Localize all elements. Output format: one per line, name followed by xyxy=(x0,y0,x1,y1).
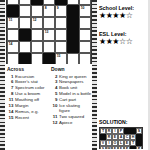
clue-down-4: 4Book unit xyxy=(51,85,92,90)
clue-down-10: 10Ice skating figure xyxy=(51,103,92,114)
across-header: Across xyxy=(7,66,51,72)
clue-across-14: 14Remus, e.g. xyxy=(7,109,51,114)
clue-down-12: 12Apiece xyxy=(51,120,92,125)
down-header: Down xyxy=(51,66,92,72)
clue-down-9: 9Cart part xyxy=(51,97,92,102)
clue-across-7: 7Spectrum color xyxy=(7,85,51,90)
clue-across-15: 15Recent xyxy=(7,115,51,120)
crossword-cell[interactable] xyxy=(19,41,31,53)
crossword-cell[interactable] xyxy=(19,5,31,17)
clue-number: 12 xyxy=(33,18,37,22)
crossword-black-cell xyxy=(43,53,55,64)
crossword-cell[interactable] xyxy=(79,17,91,29)
crossword-cell[interactable] xyxy=(31,29,43,41)
crossword-cell[interactable]: 9 xyxy=(55,5,67,17)
crossword-black-cell xyxy=(19,29,31,41)
clue-number: 11 xyxy=(51,114,58,119)
clue-number: 12 xyxy=(51,120,58,125)
clue-number: 9 xyxy=(51,97,58,102)
crossword-cell[interactable]: 12 xyxy=(31,17,43,29)
crossword-black-cell xyxy=(19,53,31,64)
across-list: 1Excursion6Boxer's stat7Spectrum color8U… xyxy=(7,74,51,121)
crossword-black-cell xyxy=(67,17,79,29)
crossword-cell[interactable] xyxy=(31,53,43,64)
clue-number: 10 xyxy=(81,6,85,10)
crossword-cell[interactable] xyxy=(79,41,91,53)
solution-label: SOLUTION: xyxy=(99,119,144,125)
clue-number: 9 xyxy=(57,6,59,10)
crossword-black-cell xyxy=(67,29,79,41)
clue-number: 5 xyxy=(51,91,58,96)
clue-number: 1 xyxy=(7,74,14,79)
solution-block: SOLUTION: TRIPSREACHVIOLETSWEEPP xyxy=(99,119,144,149)
info-panel: School Level: ★★★★☆ ESL Level: ★★★☆☆ SOL… xyxy=(97,0,150,150)
clue-down-5: 5Model in a bottle xyxy=(51,91,92,96)
solution-cell: P xyxy=(136,146,142,149)
crossword-cell[interactable] xyxy=(31,41,43,53)
clue-across-13: 13Margin xyxy=(7,103,51,108)
clue-down-11: 11Two squared xyxy=(51,114,92,119)
clue-number: 13 xyxy=(45,30,49,34)
crossword-cell[interactable] xyxy=(43,17,55,29)
crossword-cell[interactable] xyxy=(55,17,67,29)
crossword-grid-viewport: 123456789101112131415 xyxy=(6,0,92,64)
solution-grid: TRIPSREACHVIOLETSWEEPP xyxy=(99,127,143,149)
across-clues: Across 1Excursion6Boxer's stat7Spectrum … xyxy=(7,66,51,126)
esl-level-stars: ★★★☆☆ xyxy=(99,37,132,46)
clue-across-1: 1Excursion xyxy=(7,74,51,79)
crossword-cell[interactable] xyxy=(19,17,31,29)
crossword-worksheet: 123456789101112131415 Across 1Excursion6… xyxy=(5,0,92,150)
crossword-cell[interactable] xyxy=(31,5,43,17)
clue-across-6: 6Boxer's stat xyxy=(7,79,51,84)
esl-level-block: ESL Level: ★★★☆☆ xyxy=(99,31,132,48)
down-clues: Down 2King or queen3Newspapers4Book unit… xyxy=(51,66,92,126)
crossword-cell[interactable]: 10 xyxy=(79,5,91,17)
crossword-cell[interactable]: 15 xyxy=(55,53,67,64)
clue-number: 8 xyxy=(7,91,14,96)
clue-number: 11 xyxy=(7,97,14,102)
clue-number: 7 xyxy=(7,85,14,90)
down-list: 2King or queen3Newspapers4Book unit5Mode… xyxy=(51,74,92,126)
crossword-black-cell xyxy=(67,41,79,53)
crossword-cell[interactable]: 8 xyxy=(43,5,55,17)
clue-number: 6 xyxy=(7,79,14,84)
crossword-cell[interactable]: 14 xyxy=(7,41,19,53)
clue-lists: Across 1Excursion6Boxer's stat7Spectrum … xyxy=(7,66,92,126)
crossword-cell[interactable]: 11 xyxy=(7,17,19,29)
clue-down-3: 3Newspapers xyxy=(51,79,92,84)
clue-number: 15 xyxy=(57,54,61,58)
crossword-cell[interactable] xyxy=(79,53,91,64)
crossword-cell[interactable] xyxy=(55,29,67,41)
clue-number: 15 xyxy=(7,115,14,120)
crossword-cell[interactable] xyxy=(7,29,19,41)
clue-down-2: 2King or queen xyxy=(51,74,92,79)
clue-number: 3 xyxy=(51,79,58,84)
clue-number: 8 xyxy=(45,6,47,10)
clue-across-11: 11Mouthing off xyxy=(7,97,51,102)
solution-grid-viewport: TRIPSREACHVIOLETSWEEPP xyxy=(99,127,144,149)
crossword-cell[interactable] xyxy=(55,41,67,53)
school-level-block: School Level: ★★★★☆ xyxy=(99,5,134,22)
clue-number: 14 xyxy=(9,42,13,46)
clue-number: 4 xyxy=(51,85,58,90)
clue-number: 14 xyxy=(7,109,14,114)
crossword-cell[interactable] xyxy=(43,41,55,53)
clue-number: 13 xyxy=(7,103,14,108)
page-edge xyxy=(148,0,150,150)
crossword-cell[interactable] xyxy=(7,53,19,64)
crossword-black-cell xyxy=(67,5,79,17)
crossword-cell[interactable] xyxy=(79,29,91,41)
crossword-cell[interactable]: 13 xyxy=(43,29,55,41)
clue-number: 10 xyxy=(51,103,58,108)
crossword-grid[interactable]: 123456789101112131415 xyxy=(6,0,92,64)
clue-number: 11 xyxy=(9,18,13,22)
crossword-cell[interactable] xyxy=(67,53,79,64)
clue-number: 2 xyxy=(51,74,58,79)
clue-across-8: 8Use a broom xyxy=(7,91,51,96)
school-level-stars: ★★★★☆ xyxy=(99,11,134,20)
crossword-black-cell xyxy=(7,5,19,17)
worksheet-page: 123456789101112131415 Across 1Excursion6… xyxy=(0,0,150,150)
